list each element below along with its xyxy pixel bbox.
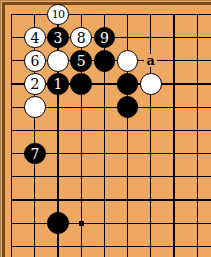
intersection-1-10[interactable]	[0, 212, 23, 235]
intersection-6-2[interactable]	[116, 26, 139, 49]
intersection-3-7[interactable]	[46, 142, 69, 165]
intersection-5-10[interactable]	[93, 212, 116, 235]
intersection-8-4[interactable]	[162, 72, 185, 95]
intersection-6-10[interactable]	[116, 212, 139, 235]
intersection-4-2[interactable]: 8	[70, 26, 93, 49]
intersection-7-4[interactable]	[139, 72, 162, 95]
intersection-3-4[interactable]: 1	[46, 72, 69, 95]
intersection-2-5[interactable]	[23, 96, 46, 119]
intersection-8-6[interactable]	[162, 119, 185, 142]
intersection-4-10[interactable]	[70, 212, 93, 235]
intersection-2-3[interactable]: 6	[23, 49, 46, 72]
intersection-10-10	[209, 212, 211, 235]
intersection-3-8[interactable]	[46, 165, 69, 188]
intersection-1-6[interactable]	[0, 119, 23, 142]
intersection-4-1[interactable]	[70, 3, 93, 26]
intersection-7-11[interactable]	[139, 235, 162, 257]
intersection-1-5[interactable]	[0, 96, 23, 119]
intersection-4-7[interactable]	[70, 142, 93, 165]
intersection-5-11[interactable]	[93, 235, 116, 257]
stone-black-5-3[interactable]	[94, 50, 116, 72]
intersection-2-8[interactable]	[23, 165, 46, 188]
stone-white-6-3[interactable]	[117, 50, 139, 72]
image-edge-top	[0, 0, 211, 1]
intersection-8-11[interactable]	[162, 235, 185, 257]
intersection-9-5[interactable]	[186, 96, 209, 119]
intersection-10-2	[209, 26, 211, 49]
intersection-5-8[interactable]	[93, 165, 116, 188]
intersection-7-8[interactable]	[139, 165, 162, 188]
intersection-9-1[interactable]	[186, 3, 209, 26]
intersection-9-10[interactable]	[186, 212, 209, 235]
intersection-8-10[interactable]	[162, 212, 185, 235]
stone-white-2-5[interactable]	[24, 96, 46, 118]
stone-white-move-6-2-3[interactable]: 6	[24, 50, 46, 72]
intersection-6-5[interactable]	[116, 96, 139, 119]
intersection-3-2[interactable]: 3	[46, 26, 69, 49]
goban-grid: 10438965a217	[0, 3, 211, 257]
intersection-10-7	[209, 142, 211, 165]
intersection-5-7[interactable]	[93, 142, 116, 165]
intersection-6-7[interactable]	[116, 142, 139, 165]
stone-white-move-4-2-2[interactable]: 4	[24, 27, 46, 49]
intersection-9-3[interactable]	[186, 49, 209, 72]
intersection-5-2[interactable]: 9	[93, 26, 116, 49]
intersection-7-2[interactable]	[139, 26, 162, 49]
point-label-a[interactable]: a	[144, 54, 157, 67]
intersection-6-3[interactable]	[116, 49, 139, 72]
intersection-4-6[interactable]	[70, 119, 93, 142]
intersection-2-7[interactable]: 7	[23, 142, 46, 165]
intersection-3-11[interactable]	[46, 235, 69, 257]
intersection-7-1[interactable]	[139, 3, 162, 26]
intersection-5-1[interactable]	[93, 3, 116, 26]
intersection-8-8[interactable]	[162, 165, 185, 188]
intersection-7-3[interactable]: a	[139, 49, 162, 72]
intersection-10-3	[209, 49, 211, 72]
intersection-4-11[interactable]	[70, 235, 93, 257]
stone-white-move-10-3-1[interactable]: 10	[47, 4, 69, 26]
intersection-5-6[interactable]	[93, 119, 116, 142]
intersection-8-3[interactable]	[162, 49, 185, 72]
intersection-2-10[interactable]	[23, 212, 46, 235]
intersection-2-9[interactable]	[23, 188, 46, 211]
intersection-10-4	[209, 72, 211, 95]
stone-white-3-3[interactable]	[47, 50, 69, 72]
intersection-6-8[interactable]	[116, 165, 139, 188]
intersection-5-3[interactable]	[93, 49, 116, 72]
intersection-2-2[interactable]: 4	[23, 26, 46, 49]
intersection-7-9[interactable]	[139, 188, 162, 211]
intersection-5-5[interactable]	[93, 96, 116, 119]
intersection-7-10[interactable]	[139, 212, 162, 235]
intersection-4-9[interactable]	[70, 188, 93, 211]
intersection-10-11	[209, 235, 211, 257]
intersection-2-6[interactable]	[23, 119, 46, 142]
intersection-10-6	[209, 119, 211, 142]
intersection-3-9[interactable]	[46, 188, 69, 211]
stone-white-move-2-2-4[interactable]: 2	[24, 73, 46, 95]
intersection-3-1[interactable]: 10	[46, 3, 69, 26]
stone-black-4-4[interactable]	[70, 73, 92, 95]
intersection-10-9	[209, 188, 211, 211]
intersection-9-6[interactable]	[186, 119, 209, 142]
intersection-8-1[interactable]	[162, 3, 185, 26]
intersection-3-6[interactable]	[46, 119, 69, 142]
stone-black-6-4[interactable]	[117, 73, 139, 95]
stone-white-move-8-4-2[interactable]: 8	[70, 27, 92, 49]
stone-black-6-5[interactable]	[117, 96, 139, 118]
intersection-10-1	[209, 3, 211, 26]
intersection-7-5[interactable]	[139, 96, 162, 119]
intersection-1-3[interactable]	[0, 49, 23, 72]
intersection-8-9[interactable]	[162, 188, 185, 211]
intersection-8-2[interactable]	[162, 26, 185, 49]
intersection-10-5	[209, 96, 211, 119]
intersection-3-5[interactable]	[46, 96, 69, 119]
intersection-1-1[interactable]	[0, 3, 23, 26]
intersection-3-10[interactable]	[46, 212, 69, 235]
intersection-6-6[interactable]	[116, 119, 139, 142]
intersection-9-11[interactable]	[186, 235, 209, 257]
stone-black-move-5-4-3[interactable]: 5	[70, 50, 92, 72]
intersection-6-9[interactable]	[116, 188, 139, 211]
intersection-2-11[interactable]	[23, 235, 46, 257]
intersection-5-9[interactable]	[93, 188, 116, 211]
intersection-1-7[interactable]	[0, 142, 23, 165]
intersection-10-8	[209, 165, 211, 188]
intersection-2-4[interactable]: 2	[23, 72, 46, 95]
intersection-3-3[interactable]	[46, 49, 69, 72]
intersection-4-8[interactable]	[70, 165, 93, 188]
intersection-9-4[interactable]	[186, 72, 209, 95]
intersection-9-9[interactable]	[186, 188, 209, 211]
intersection-8-5[interactable]	[162, 96, 185, 119]
intersection-6-4[interactable]	[116, 72, 139, 95]
intersection-8-7[interactable]	[162, 142, 185, 165]
stone-white-7-4[interactable]	[140, 73, 162, 95]
intersection-7-6[interactable]	[139, 119, 162, 142]
hoshi-star-point	[79, 221, 84, 226]
intersection-4-3[interactable]: 5	[70, 49, 93, 72]
intersection-1-8[interactable]	[0, 165, 23, 188]
intersection-4-4[interactable]	[70, 72, 93, 95]
stone-black-move-1-3-4[interactable]: 1	[47, 73, 69, 95]
intersection-1-9[interactable]	[0, 188, 23, 211]
intersection-7-7[interactable]	[139, 142, 162, 165]
intersection-1-4[interactable]	[0, 72, 23, 95]
intersection-9-7[interactable]	[186, 142, 209, 165]
intersection-9-2[interactable]	[186, 26, 209, 49]
stone-black-move-7-2-7[interactable]: 7	[24, 143, 46, 165]
stone-black-3-10[interactable]	[47, 212, 69, 234]
intersection-1-11[interactable]	[0, 235, 23, 257]
go-board-diagram: 10438965a217	[0, 0, 211, 257]
stone-black-move-9-5-2[interactable]: 9	[94, 27, 116, 49]
intersection-6-1[interactable]	[116, 3, 139, 26]
stone-black-move-3-3-2[interactable]: 3	[47, 27, 69, 49]
intersection-6-11[interactable]	[116, 235, 139, 257]
intersection-5-4[interactable]	[93, 72, 116, 95]
intersection-1-2[interactable]	[0, 26, 23, 49]
intersection-2-1[interactable]	[23, 3, 46, 26]
intersection-4-5[interactable]	[70, 96, 93, 119]
intersection-9-8[interactable]	[186, 165, 209, 188]
